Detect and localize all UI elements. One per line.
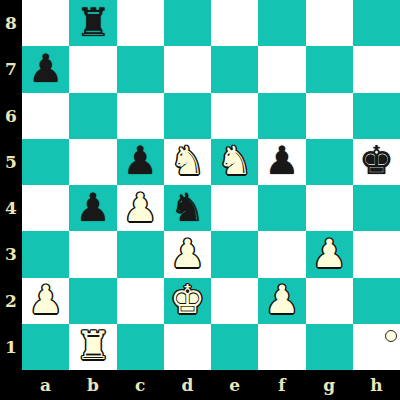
- square-d2[interactable]: ♚: [164, 278, 211, 324]
- square-g6[interactable]: [306, 93, 353, 139]
- piece-white-pawn[interactable]: ♟: [123, 188, 158, 227]
- square-h5[interactable]: ♚: [353, 139, 400, 185]
- square-f2[interactable]: ♟: [258, 278, 305, 324]
- square-f5[interactable]: ♟: [258, 139, 305, 185]
- file-label-h: h: [353, 370, 400, 400]
- piece-black-pawn[interactable]: ♟: [123, 141, 158, 180]
- file-labels: abcdefgh: [22, 370, 400, 400]
- square-a2[interactable]: ♟: [22, 278, 69, 324]
- piece-white-pawn[interactable]: ♟: [264, 280, 299, 319]
- square-h7[interactable]: [353, 46, 400, 92]
- file-label-g: g: [306, 370, 353, 400]
- rank-label-6: 6: [0, 93, 22, 139]
- square-a6[interactable]: [22, 93, 69, 139]
- square-f3[interactable]: [258, 231, 305, 277]
- square-e2[interactable]: [211, 278, 258, 324]
- square-b3[interactable]: [69, 231, 116, 277]
- square-c5[interactable]: ♟: [117, 139, 164, 185]
- square-b6[interactable]: [69, 93, 116, 139]
- square-g1[interactable]: [306, 324, 353, 370]
- file-label-b: b: [69, 370, 116, 400]
- square-b5[interactable]: [69, 139, 116, 185]
- square-b2[interactable]: [69, 278, 116, 324]
- piece-white-pawn[interactable]: ♟: [28, 280, 63, 319]
- square-g5[interactable]: [306, 139, 353, 185]
- square-c7[interactable]: [117, 46, 164, 92]
- file-label-f: f: [258, 370, 305, 400]
- square-c4[interactable]: ♟: [117, 185, 164, 231]
- square-h4[interactable]: [353, 185, 400, 231]
- rank-label-1: 1: [0, 324, 22, 370]
- piece-black-pawn[interactable]: ♟: [264, 141, 299, 180]
- piece-white-pawn[interactable]: ♟: [312, 234, 347, 273]
- square-e1[interactable]: [211, 324, 258, 370]
- square-d4[interactable]: ♞: [164, 185, 211, 231]
- file-label-a: a: [22, 370, 69, 400]
- piece-black-pawn[interactable]: ♟: [28, 49, 63, 88]
- square-g3[interactable]: ♟: [306, 231, 353, 277]
- rank-label-8: 8: [0, 0, 22, 46]
- rank-label-7: 7: [0, 46, 22, 92]
- file-label-e: e: [211, 370, 258, 400]
- square-e7[interactable]: [211, 46, 258, 92]
- chess-puzzle-screenshot: 87654321 ♜♟♟♞♞♟♚♟♟♞♟♟♟♚♟♜ abcdefgh: [0, 0, 400, 400]
- square-h6[interactable]: [353, 93, 400, 139]
- square-f1[interactable]: [258, 324, 305, 370]
- piece-white-knight[interactable]: ♞: [170, 141, 205, 180]
- square-e4[interactable]: [211, 185, 258, 231]
- chess-board: ♜♟♟♞♞♟♚♟♟♞♟♟♟♚♟♜: [22, 0, 400, 370]
- square-d6[interactable]: [164, 93, 211, 139]
- square-h2[interactable]: [353, 278, 400, 324]
- square-d1[interactable]: [164, 324, 211, 370]
- square-b7[interactable]: [69, 46, 116, 92]
- square-a1[interactable]: [22, 324, 69, 370]
- square-c8[interactable]: [117, 0, 164, 46]
- turn-indicator-dot: [385, 330, 397, 342]
- square-b1[interactable]: ♜: [69, 324, 116, 370]
- square-f4[interactable]: [258, 185, 305, 231]
- piece-black-knight[interactable]: ♞: [170, 188, 205, 227]
- square-g4[interactable]: [306, 185, 353, 231]
- piece-white-rook[interactable]: ♜: [75, 326, 110, 365]
- piece-white-knight[interactable]: ♞: [217, 141, 252, 180]
- square-a3[interactable]: [22, 231, 69, 277]
- square-c2[interactable]: [117, 278, 164, 324]
- square-d5[interactable]: ♞: [164, 139, 211, 185]
- square-f6[interactable]: [258, 93, 305, 139]
- square-f8[interactable]: [258, 0, 305, 46]
- piece-black-pawn[interactable]: ♟: [75, 188, 110, 227]
- square-e5[interactable]: ♞: [211, 139, 258, 185]
- square-a7[interactable]: ♟: [22, 46, 69, 92]
- rank-label-4: 4: [0, 185, 22, 231]
- rank-label-3: 3: [0, 231, 22, 277]
- rank-labels: 87654321: [0, 0, 22, 370]
- square-c6[interactable]: [117, 93, 164, 139]
- square-d7[interactable]: [164, 46, 211, 92]
- rank-label-2: 2: [0, 278, 22, 324]
- piece-black-king[interactable]: ♚: [359, 141, 394, 180]
- rank-label-5: 5: [0, 139, 22, 185]
- file-label-d: d: [164, 370, 211, 400]
- square-c3[interactable]: [117, 231, 164, 277]
- square-a5[interactable]: [22, 139, 69, 185]
- square-d8[interactable]: [164, 0, 211, 46]
- square-h3[interactable]: [353, 231, 400, 277]
- square-g2[interactable]: [306, 278, 353, 324]
- square-b4[interactable]: ♟: [69, 185, 116, 231]
- piece-white-king[interactable]: ♚: [170, 280, 205, 319]
- file-label-c: c: [117, 370, 164, 400]
- square-g8[interactable]: [306, 0, 353, 46]
- square-a8[interactable]: [22, 0, 69, 46]
- piece-white-pawn[interactable]: ♟: [170, 234, 205, 273]
- square-e6[interactable]: [211, 93, 258, 139]
- square-h8[interactable]: [353, 0, 400, 46]
- square-d3[interactable]: ♟: [164, 231, 211, 277]
- square-c1[interactable]: [117, 324, 164, 370]
- square-f7[interactable]: [258, 46, 305, 92]
- square-a4[interactable]: [22, 185, 69, 231]
- square-g7[interactable]: [306, 46, 353, 92]
- square-e3[interactable]: [211, 231, 258, 277]
- piece-black-rook[interactable]: ♜: [75, 3, 110, 42]
- square-b8[interactable]: ♜: [69, 0, 116, 46]
- square-e8[interactable]: [211, 0, 258, 46]
